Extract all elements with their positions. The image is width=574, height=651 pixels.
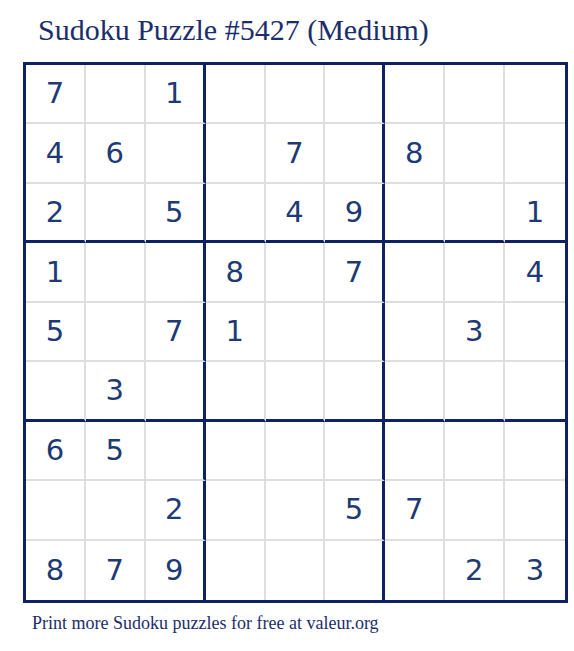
cell-r8c1[interactable] bbox=[26, 481, 86, 540]
cell-r3c6: 9 bbox=[325, 184, 385, 243]
cell-r9c1: 8 bbox=[26, 541, 86, 600]
cell-r5c4: 1 bbox=[206, 303, 266, 362]
cell-r8c3: 2 bbox=[146, 481, 206, 540]
cell-r2c7: 8 bbox=[385, 124, 445, 183]
cell-r9c7[interactable] bbox=[385, 541, 445, 600]
cell-r6c1[interactable] bbox=[26, 362, 86, 421]
cell-r3c2[interactable] bbox=[86, 184, 146, 243]
cell-r2c9[interactable] bbox=[505, 124, 565, 183]
cell-r5c8: 3 bbox=[445, 303, 505, 362]
cell-r1c5[interactable] bbox=[266, 65, 326, 124]
cell-r9c4[interactable] bbox=[206, 541, 266, 600]
cell-r8c6: 5 bbox=[325, 481, 385, 540]
cell-r5c3: 7 bbox=[146, 303, 206, 362]
cell-r5c2[interactable] bbox=[86, 303, 146, 362]
cell-r9c6[interactable] bbox=[325, 541, 385, 600]
cell-r6c5[interactable] bbox=[266, 362, 326, 421]
cell-r3c8[interactable] bbox=[445, 184, 505, 243]
cell-r1c4[interactable] bbox=[206, 65, 266, 124]
footer-text: Print more Sudoku puzzles for free at va… bbox=[32, 613, 379, 634]
cell-r6c4[interactable] bbox=[206, 362, 266, 421]
cell-r2c5: 7 bbox=[266, 124, 326, 183]
cell-r8c8[interactable] bbox=[445, 481, 505, 540]
cell-r9c8: 2 bbox=[445, 541, 505, 600]
cell-r9c3: 9 bbox=[146, 541, 206, 600]
cell-r3c9: 1 bbox=[505, 184, 565, 243]
cell-r2c1: 4 bbox=[26, 124, 86, 183]
cell-r7c2: 5 bbox=[86, 422, 146, 481]
cell-r6c7[interactable] bbox=[385, 362, 445, 421]
cell-r2c2: 6 bbox=[86, 124, 146, 183]
cell-r8c2[interactable] bbox=[86, 481, 146, 540]
cell-r1c1: 7 bbox=[26, 65, 86, 124]
cell-r2c3[interactable] bbox=[146, 124, 206, 183]
cell-r7c1: 6 bbox=[26, 422, 86, 481]
cell-r6c3[interactable] bbox=[146, 362, 206, 421]
page-title: Sudoku Puzzle #5427 (Medium) bbox=[38, 13, 429, 47]
cell-r1c2[interactable] bbox=[86, 65, 146, 124]
cell-r8c5[interactable] bbox=[266, 481, 326, 540]
cell-r4c8[interactable] bbox=[445, 243, 505, 302]
cell-r7c3[interactable] bbox=[146, 422, 206, 481]
cell-r7c8[interactable] bbox=[445, 422, 505, 481]
cell-r4c3[interactable] bbox=[146, 243, 206, 302]
cell-r6c6[interactable] bbox=[325, 362, 385, 421]
cell-r5c7[interactable] bbox=[385, 303, 445, 362]
cell-r5c1: 5 bbox=[26, 303, 86, 362]
cell-r2c4[interactable] bbox=[206, 124, 266, 183]
cell-r3c5: 4 bbox=[266, 184, 326, 243]
cell-r4c5[interactable] bbox=[266, 243, 326, 302]
cell-r3c7[interactable] bbox=[385, 184, 445, 243]
cell-r4c9: 4 bbox=[505, 243, 565, 302]
cell-r1c3: 1 bbox=[146, 65, 206, 124]
cell-r6c9[interactable] bbox=[505, 362, 565, 421]
cell-r9c5[interactable] bbox=[266, 541, 326, 600]
cell-r4c2[interactable] bbox=[86, 243, 146, 302]
cell-r9c9: 3 bbox=[505, 541, 565, 600]
cell-r9c2: 7 bbox=[86, 541, 146, 600]
sudoku-page: Sudoku Puzzle #5427 (Medium) 71467825491… bbox=[0, 0, 574, 651]
cell-r5c6[interactable] bbox=[325, 303, 385, 362]
cell-r2c8[interactable] bbox=[445, 124, 505, 183]
cell-r3c4[interactable] bbox=[206, 184, 266, 243]
cell-r1c9[interactable] bbox=[505, 65, 565, 124]
cell-r4c6: 7 bbox=[325, 243, 385, 302]
cell-r3c3: 5 bbox=[146, 184, 206, 243]
cell-r7c6[interactable] bbox=[325, 422, 385, 481]
cell-r6c2: 3 bbox=[86, 362, 146, 421]
cell-r2c6[interactable] bbox=[325, 124, 385, 183]
cell-r4c7[interactable] bbox=[385, 243, 445, 302]
cell-r7c4[interactable] bbox=[206, 422, 266, 481]
cell-r4c4: 8 bbox=[206, 243, 266, 302]
cell-r1c8[interactable] bbox=[445, 65, 505, 124]
cell-r3c1: 2 bbox=[26, 184, 86, 243]
cell-r7c7[interactable] bbox=[385, 422, 445, 481]
cell-r8c4[interactable] bbox=[206, 481, 266, 540]
cell-r1c6[interactable] bbox=[325, 65, 385, 124]
sudoku-board: 714678254911874571336525787923 bbox=[23, 62, 568, 603]
cell-r1c7[interactable] bbox=[385, 65, 445, 124]
cell-r5c5[interactable] bbox=[266, 303, 326, 362]
cell-r8c9[interactable] bbox=[505, 481, 565, 540]
cell-r7c9[interactable] bbox=[505, 422, 565, 481]
cell-r7c5[interactable] bbox=[266, 422, 326, 481]
cell-r6c8[interactable] bbox=[445, 362, 505, 421]
cell-r4c1: 1 bbox=[26, 243, 86, 302]
cell-r5c9[interactable] bbox=[505, 303, 565, 362]
cell-r8c7: 7 bbox=[385, 481, 445, 540]
